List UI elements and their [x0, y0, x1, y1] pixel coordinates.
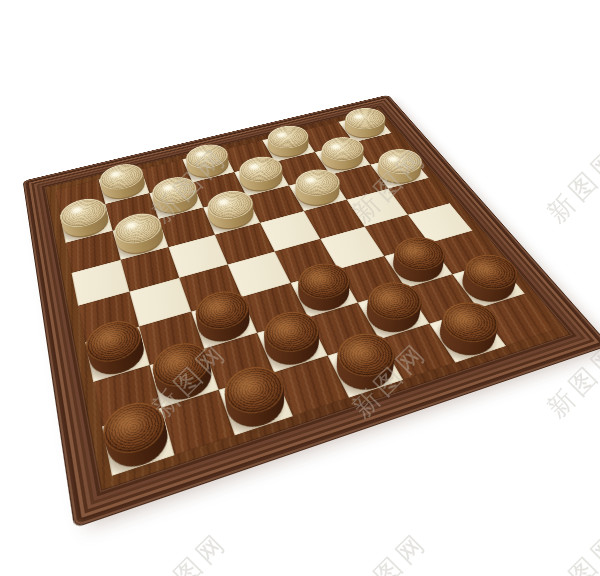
piece-light-f6[interactable]: [290, 176, 346, 211]
board-scene: [0, 0, 600, 576]
piece-light-d8[interactable]: [183, 150, 233, 182]
piece-dark-g3[interactable]: [385, 244, 451, 287]
piece-dark-d2[interactable]: [258, 318, 326, 371]
piece-dark-h2[interactable]: [454, 262, 524, 308]
piece-light-b8[interactable]: [99, 170, 148, 204]
piece-dark-b2[interactable]: [151, 350, 218, 407]
piece-light-h6[interactable]: [371, 155, 427, 188]
piece-light-b6[interactable]: [114, 220, 168, 259]
piece-light-d6[interactable]: [204, 197, 259, 234]
piece-dark-f2[interactable]: [359, 289, 428, 338]
photo-stage: 新图网 新图网 新图网 新图网 新图网 新图网 新图网 新图网 新图网: [0, 0, 600, 576]
piece-dark-c3[interactable]: [192, 298, 256, 348]
piece-light-a7[interactable]: [61, 205, 112, 242]
piece-light-c7[interactable]: [150, 183, 202, 218]
piece-dark-e3[interactable]: [292, 270, 357, 316]
piece-dark-a3[interactable]: [86, 327, 148, 380]
checkers-board: [55, 113, 555, 476]
piece-light-e7[interactable]: [235, 163, 288, 196]
